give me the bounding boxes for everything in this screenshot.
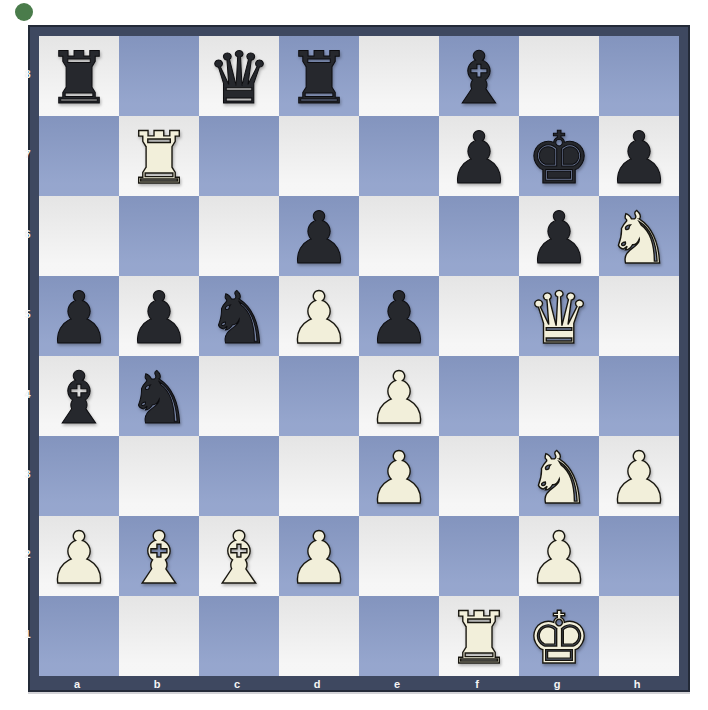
piece-white-bishop-b2[interactable]: ♝ [127, 515, 192, 598]
square-a7[interactable] [39, 116, 119, 196]
piece-black-pawn-f7[interactable]: ♟ [447, 115, 512, 198]
square-g5[interactable]: ♛ [519, 276, 599, 356]
square-f8[interactable]: ♝ [439, 36, 519, 116]
square-f5[interactable] [439, 276, 519, 356]
square-b6[interactable] [119, 196, 199, 276]
square-g3[interactable]: ♞ [519, 436, 599, 516]
square-e4[interactable]: ♟ [359, 356, 439, 436]
piece-white-pawn-d5[interactable]: ♟ [287, 275, 352, 358]
square-g4[interactable] [519, 356, 599, 436]
board-squares: ♜♛♜♝♜♟♚♟♟♟♞♟♟♞♟♟♛♝♞♟♟♞♟♟♝♝♟♟♜♚ [39, 36, 679, 676]
piece-white-pawn-h3[interactable]: ♟ [607, 435, 672, 518]
square-h1[interactable] [599, 596, 679, 676]
square-a2[interactable]: ♟ [39, 516, 119, 596]
piece-black-pawn-g6[interactable]: ♟ [527, 195, 592, 278]
square-g8[interactable] [519, 36, 599, 116]
square-c3[interactable] [199, 436, 279, 516]
square-f3[interactable] [439, 436, 519, 516]
square-c6[interactable] [199, 196, 279, 276]
square-d2[interactable]: ♟ [279, 516, 359, 596]
piece-white-rook-b7[interactable]: ♜ [127, 115, 192, 198]
piece-white-pawn-e3[interactable]: ♟ [367, 435, 432, 518]
square-f2[interactable] [439, 516, 519, 596]
piece-black-pawn-b5[interactable]: ♟ [127, 275, 192, 358]
square-d3[interactable] [279, 436, 359, 516]
square-a1[interactable] [39, 596, 119, 676]
square-a3[interactable] [39, 436, 119, 516]
piece-white-pawn-g2[interactable]: ♟ [527, 515, 592, 598]
square-f1[interactable]: ♜ [439, 596, 519, 676]
square-g7[interactable]: ♚ [519, 116, 599, 196]
square-c5[interactable]: ♞ [199, 276, 279, 356]
square-e1[interactable] [359, 596, 439, 676]
square-b2[interactable]: ♝ [119, 516, 199, 596]
square-h2[interactable] [599, 516, 679, 596]
chess-board-frame: ♜♛♜♝♜♟♚♟♟♟♞♟♟♞♟♟♛♝♞♟♟♞♟♟♝♝♟♟♜♚ [28, 25, 690, 692]
piece-black-rook-a8[interactable]: ♜ [47, 35, 112, 118]
piece-white-rook-f1[interactable]: ♜ [447, 595, 512, 678]
square-f7[interactable]: ♟ [439, 116, 519, 196]
move-indicator-dot [15, 3, 33, 21]
file-label-b: b [117, 677, 197, 691]
piece-black-pawn-a5[interactable]: ♟ [47, 275, 112, 358]
piece-white-pawn-e4[interactable]: ♟ [367, 355, 432, 438]
square-c8[interactable]: ♛ [199, 36, 279, 116]
square-a4[interactable]: ♝ [39, 356, 119, 436]
square-f4[interactable] [439, 356, 519, 436]
square-b3[interactable] [119, 436, 199, 516]
square-h5[interactable] [599, 276, 679, 356]
square-h3[interactable]: ♟ [599, 436, 679, 516]
square-f6[interactable] [439, 196, 519, 276]
square-h8[interactable] [599, 36, 679, 116]
piece-black-rook-d8[interactable]: ♜ [287, 35, 352, 118]
square-e7[interactable] [359, 116, 439, 196]
square-e3[interactable]: ♟ [359, 436, 439, 516]
file-label-e: e [357, 677, 437, 691]
square-h4[interactable] [599, 356, 679, 436]
rank-label-2: 2 [21, 547, 34, 561]
piece-white-knight-h6[interactable]: ♞ [607, 195, 672, 278]
piece-black-knight-c5[interactable]: ♞ [207, 275, 272, 358]
file-label-d: d [277, 677, 357, 691]
rank-label-8: 8 [21, 67, 34, 81]
square-c2[interactable]: ♝ [199, 516, 279, 596]
square-e8[interactable] [359, 36, 439, 116]
square-c1[interactable] [199, 596, 279, 676]
file-label-g: g [517, 677, 597, 691]
chess-app-page: ♜♛♜♝♜♟♚♟♟♟♞♟♟♞♟♟♛♝♞♟♟♞♟♟♝♝♟♟♜♚ 87654321 … [0, 0, 708, 710]
square-b7[interactable]: ♜ [119, 116, 199, 196]
file-label-c: c [197, 677, 277, 691]
square-c7[interactable] [199, 116, 279, 196]
square-d1[interactable] [279, 596, 359, 676]
square-c4[interactable] [199, 356, 279, 436]
file-label-f: f [437, 677, 517, 691]
square-d8[interactable]: ♜ [279, 36, 359, 116]
piece-black-pawn-d6[interactable]: ♟ [287, 195, 352, 278]
square-a6[interactable] [39, 196, 119, 276]
piece-black-bishop-f8[interactable]: ♝ [447, 35, 512, 118]
piece-black-queen-c8[interactable]: ♛ [207, 35, 272, 118]
piece-black-pawn-e5[interactable]: ♟ [367, 275, 432, 358]
square-d7[interactable] [279, 116, 359, 196]
square-g2[interactable]: ♟ [519, 516, 599, 596]
square-h6[interactable]: ♞ [599, 196, 679, 276]
rank-label-1: 1 [21, 627, 34, 641]
piece-black-bishop-a4[interactable]: ♝ [47, 355, 112, 438]
piece-white-pawn-d2[interactable]: ♟ [287, 515, 352, 598]
rank-label-7: 7 [21, 147, 34, 161]
piece-white-queen-g5[interactable]: ♛ [527, 275, 592, 358]
square-d5[interactable]: ♟ [279, 276, 359, 356]
square-h7[interactable]: ♟ [599, 116, 679, 196]
square-b5[interactable]: ♟ [119, 276, 199, 356]
rank-label-3: 3 [21, 467, 34, 481]
square-g1[interactable]: ♚ [519, 596, 599, 676]
file-label-h: h [597, 677, 677, 691]
piece-black-king-g7[interactable]: ♚ [527, 115, 592, 198]
square-e5[interactable]: ♟ [359, 276, 439, 356]
square-b8[interactable] [119, 36, 199, 116]
square-e2[interactable] [359, 516, 439, 596]
square-b1[interactable] [119, 596, 199, 676]
square-e6[interactable] [359, 196, 439, 276]
square-d6[interactable]: ♟ [279, 196, 359, 276]
square-b4[interactable]: ♞ [119, 356, 199, 436]
square-a8[interactable]: ♜ [39, 36, 119, 116]
square-d4[interactable] [279, 356, 359, 436]
file-label-a: a [37, 677, 117, 691]
piece-white-bishop-c2[interactable]: ♝ [207, 515, 272, 598]
piece-black-pawn-h7[interactable]: ♟ [607, 115, 672, 198]
piece-black-knight-b4[interactable]: ♞ [127, 355, 192, 438]
rank-label-6: 6 [21, 227, 34, 241]
square-g6[interactable]: ♟ [519, 196, 599, 276]
rank-label-5: 5 [21, 307, 34, 321]
piece-white-knight-g3[interactable]: ♞ [527, 435, 592, 518]
piece-white-pawn-a2[interactable]: ♟ [47, 515, 112, 598]
square-a5[interactable]: ♟ [39, 276, 119, 356]
piece-white-king-g1[interactable]: ♚ [527, 595, 592, 678]
rank-label-4: 4 [21, 387, 34, 401]
